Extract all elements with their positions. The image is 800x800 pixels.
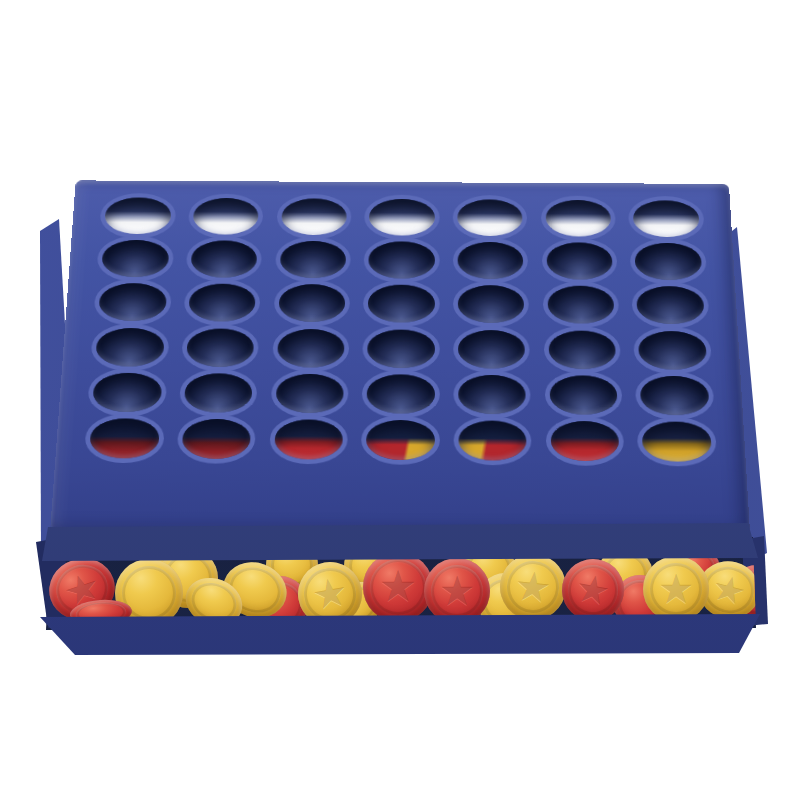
grid-cell-r5c1[interactable] <box>80 369 174 415</box>
hole-dark <box>458 242 524 280</box>
grid-cell-r3c1[interactable] <box>86 280 178 325</box>
hole-dark <box>635 243 703 281</box>
grid-cell-r5c3[interactable] <box>263 370 355 416</box>
star-emboss-icon: ★ <box>513 565 554 610</box>
disc-face: ★ <box>504 558 562 616</box>
grid-cell-r5c6[interactable] <box>537 372 630 418</box>
star-emboss-icon: ★ <box>309 571 351 616</box>
grid-cell-r2c5[interactable] <box>446 239 535 283</box>
hole-dark <box>278 284 345 322</box>
grid-cell-r4c3[interactable] <box>265 325 357 371</box>
hole-light <box>104 197 171 234</box>
grid-cell-r3c5[interactable] <box>446 282 536 327</box>
grid-cell-r4c5[interactable] <box>446 326 537 372</box>
hole-dark <box>546 242 613 280</box>
hole-red-dark <box>181 419 251 460</box>
hole-light <box>369 198 434 235</box>
grid-cell-r1c5[interactable] <box>446 196 535 239</box>
grid-cell-r5c2[interactable] <box>172 370 265 416</box>
hole-dark <box>101 240 169 278</box>
grid-cell-r4c1[interactable] <box>83 324 176 370</box>
grid-cell-r2c4[interactable] <box>357 238 446 282</box>
disc-face: ★ <box>370 559 426 615</box>
hole-dark <box>188 284 256 322</box>
grid-cell-r6c7[interactable] <box>630 418 724 465</box>
hole-red <box>550 421 619 462</box>
grid-cell-r2c1[interactable] <box>89 237 180 281</box>
hole-light <box>633 200 700 237</box>
hole-light <box>192 197 259 234</box>
hole-dark <box>549 375 618 415</box>
grid-cell-r3c7[interactable] <box>625 283 717 328</box>
grid-cell-r3c6[interactable] <box>535 283 626 328</box>
disc-face: ★ <box>564 561 621 618</box>
hole-dark <box>277 329 345 368</box>
hole-red <box>274 419 343 460</box>
grid-cell-r1c3[interactable] <box>269 195 358 238</box>
hole-light <box>281 198 347 235</box>
board-panel <box>50 180 750 534</box>
hole-dark <box>458 285 525 323</box>
hole-dark <box>190 240 257 278</box>
hole-light <box>545 199 611 236</box>
grid-cell-r6c6[interactable] <box>538 418 631 465</box>
disc-face: ★ <box>650 563 703 616</box>
star-emboss-icon: ★ <box>658 569 695 610</box>
grid-cell-r5c7[interactable] <box>628 372 721 418</box>
hole-dark <box>184 373 253 413</box>
grid-cell-r1c6[interactable] <box>534 196 623 239</box>
grid-cell-r6c2[interactable] <box>169 416 263 463</box>
hole-dark <box>369 241 435 279</box>
grid-cell-r6c1[interactable] <box>77 415 172 462</box>
hole-dark <box>367 329 434 368</box>
grid-cell-r3c2[interactable] <box>176 281 267 326</box>
tray-disc-red: ★ <box>363 552 433 622</box>
grid-cell-r2c3[interactable] <box>268 238 358 282</box>
product-photo-connect-four: ★★★★★★★★ <box>0 0 800 800</box>
hole-dark <box>636 286 704 324</box>
grid-cell-r6c3[interactable] <box>262 416 355 463</box>
grid-cell-r1c4[interactable] <box>358 195 446 238</box>
disc-face: ★ <box>300 564 359 623</box>
grid-cell-r2c6[interactable] <box>535 239 625 283</box>
grid-cell-r1c1[interactable] <box>92 194 183 237</box>
grid-cell-r5c4[interactable] <box>355 371 447 417</box>
grid-cell-r4c7[interactable] <box>626 327 719 373</box>
connect4-grid <box>77 194 724 466</box>
hole-red-yellow <box>366 420 434 461</box>
hole-dark <box>547 286 614 324</box>
hole-red-dark <box>89 418 159 459</box>
grid-cell-r4c2[interactable] <box>174 325 266 371</box>
tray-disc-red: ★ <box>424 558 490 624</box>
grid-cell-r4c6[interactable] <box>536 327 628 373</box>
hole-yellow-red <box>458 421 527 462</box>
hole-dark <box>98 283 167 321</box>
hole-dark <box>95 327 164 366</box>
star-emboss-icon: ★ <box>708 569 750 612</box>
hole-dark <box>186 328 255 367</box>
hole-dark <box>548 330 616 369</box>
grid-cell-r4c4[interactable] <box>356 326 447 372</box>
hole-yellow <box>642 422 712 463</box>
tray-disc-yellow: ★ <box>643 556 709 622</box>
grid-cell-r3c3[interactable] <box>266 281 357 326</box>
grid-cell-r5c5[interactable] <box>446 371 538 417</box>
hole-dark <box>640 376 709 416</box>
star-emboss-icon: ★ <box>439 571 476 612</box>
hole-dark <box>92 373 162 413</box>
hole-light <box>457 199 523 236</box>
hole-dark <box>458 330 525 369</box>
hole-dark <box>368 285 435 323</box>
grid-cell-r3c4[interactable] <box>356 282 446 327</box>
grid-cell-r2c2[interactable] <box>179 237 270 281</box>
grid-cell-r1c2[interactable] <box>181 194 271 237</box>
hole-dark <box>638 331 707 370</box>
grid-cell-r6c5[interactable] <box>447 417 540 464</box>
hole-dark <box>367 374 435 414</box>
grid-cell-r2c7[interactable] <box>623 240 714 284</box>
grid-cell-r6c4[interactable] <box>354 417 446 464</box>
hole-dark <box>458 375 526 415</box>
disc-face: ★ <box>431 565 484 618</box>
grid-cell-r1c7[interactable] <box>621 197 711 240</box>
hole-dark <box>275 374 343 414</box>
star-emboss-icon: ★ <box>573 568 614 612</box>
hole-dark <box>279 241 346 279</box>
star-emboss-icon: ★ <box>379 565 418 608</box>
